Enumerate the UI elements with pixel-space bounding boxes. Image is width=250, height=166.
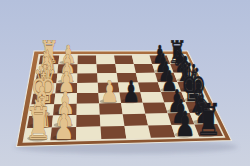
square-a4 xyxy=(96,56,115,65)
square-g5 xyxy=(123,114,148,126)
square-e3 xyxy=(77,93,99,104)
chessboard: ♜♟♟♜♞♟♟♞♝♟♟♝♛♟♟♛♚♟♟♚♝♟♟♝♞♟♟♞♜♟♟♜ xyxy=(0,0,250,166)
square-b4 xyxy=(97,64,117,73)
piece-white-rook-h1: ♜ xyxy=(25,98,52,149)
square-d3 xyxy=(77,83,98,93)
square-a3 xyxy=(78,56,97,65)
square-b5 xyxy=(115,64,135,73)
piece-white-pawn-e4: ♟ xyxy=(101,74,119,109)
piece-white-pawn-h2: ♟ xyxy=(53,107,74,147)
square-h4 xyxy=(101,126,127,139)
square-a6 xyxy=(132,56,152,65)
piece-black-rook-h8: ♜ xyxy=(195,94,222,145)
chess-set-photograph: ♜♟♟♜♞♟♟♞♝♟♟♝♛♟♟♛♚♟♟♚♝♟♟♝♞♟♟♞♜♟♟♜ xyxy=(0,0,250,166)
square-f6 xyxy=(143,102,168,113)
square-c3 xyxy=(77,73,98,83)
square-h3 xyxy=(76,127,101,140)
piece-black-pawn-h7: ♟ xyxy=(175,104,196,144)
square-b3 xyxy=(77,64,97,73)
square-g4 xyxy=(100,114,125,126)
square-g3 xyxy=(76,115,100,127)
piece-black-pawn-e5: ♟ xyxy=(122,74,140,109)
square-h5 xyxy=(125,126,151,139)
square-a5 xyxy=(114,56,134,65)
square-f3 xyxy=(77,104,100,116)
